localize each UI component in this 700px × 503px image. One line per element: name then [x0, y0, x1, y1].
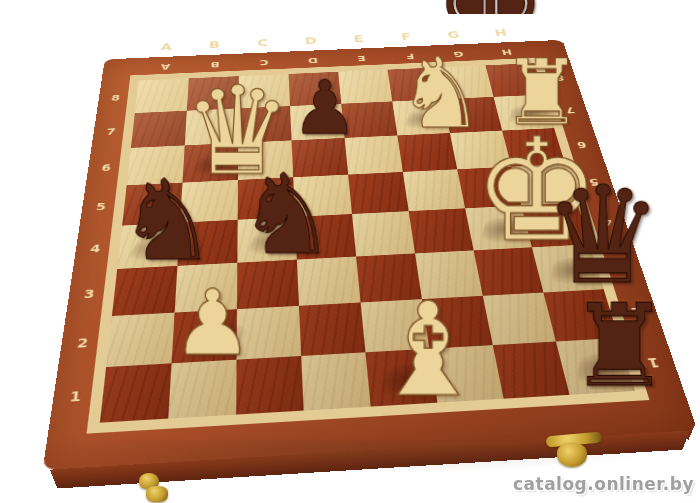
piece-black-rook-h1[interactable]: ♜	[556, 338, 635, 395]
square-a2[interactable]	[106, 313, 174, 367]
white-king-icon: ♚	[473, 136, 532, 247]
piece-black-knight-a4[interactable]: ♞	[117, 223, 180, 269]
black-knight-icon: ♞	[118, 178, 178, 265]
piece-white-bishop-e1[interactable]: ♝	[365, 349, 437, 407]
square-g2[interactable]	[483, 293, 556, 346]
square-a1[interactable]	[100, 363, 172, 422]
white-pawn-icon: ♟	[172, 288, 237, 359]
black-queen-icon: ♛	[542, 183, 603, 288]
square-a8[interactable]	[135, 78, 189, 113]
brass-clasp-right-icon	[557, 443, 587, 467]
piece-black-pawn-d7[interactable]: ♟	[290, 104, 345, 141]
piece-white-king-g4[interactable]: ♚	[465, 205, 532, 250]
piece-black-knight-c4[interactable]: ♞	[237, 217, 297, 263]
piece-white-knight-f7[interactable]: ♞	[392, 99, 450, 135]
square-b1[interactable]	[168, 360, 236, 419]
square-a3[interactable]	[112, 266, 178, 316]
black-pawn-icon: ♟	[291, 79, 344, 137]
black-rook-icon: ♜	[568, 301, 634, 390]
chess-board: ABCDEFGHABCDEFGH8877665544332211 ♛♞♜♚♝♟♚…	[42, 40, 697, 470]
piece-white-pawn-b2[interactable]: ♟	[172, 309, 237, 363]
square-d2[interactable]	[299, 302, 365, 356]
square-e5[interactable]	[348, 172, 409, 214]
coord-file-near-B: B	[190, 35, 239, 54]
white-bishop-icon: ♝	[370, 301, 437, 402]
watermark: catalog.onliner.by	[513, 474, 694, 494]
square-d1[interactable]	[301, 352, 371, 410]
coord-file-near-C: C	[239, 33, 288, 52]
square-d3[interactable]	[297, 257, 361, 306]
square-e6[interactable]	[345, 135, 403, 174]
white-knight-icon: ♞	[397, 56, 450, 132]
black-knight-icon: ♞	[237, 173, 296, 259]
square-c1[interactable]	[236, 356, 304, 415]
coord-file-near-D: D	[287, 31, 336, 50]
coord-file-near-E: E	[334, 29, 384, 48]
coord-file-near-A: A	[141, 37, 191, 57]
coord-rank-left-8: 8	[101, 89, 130, 107]
brass-clasp-left-icon	[146, 486, 168, 502]
